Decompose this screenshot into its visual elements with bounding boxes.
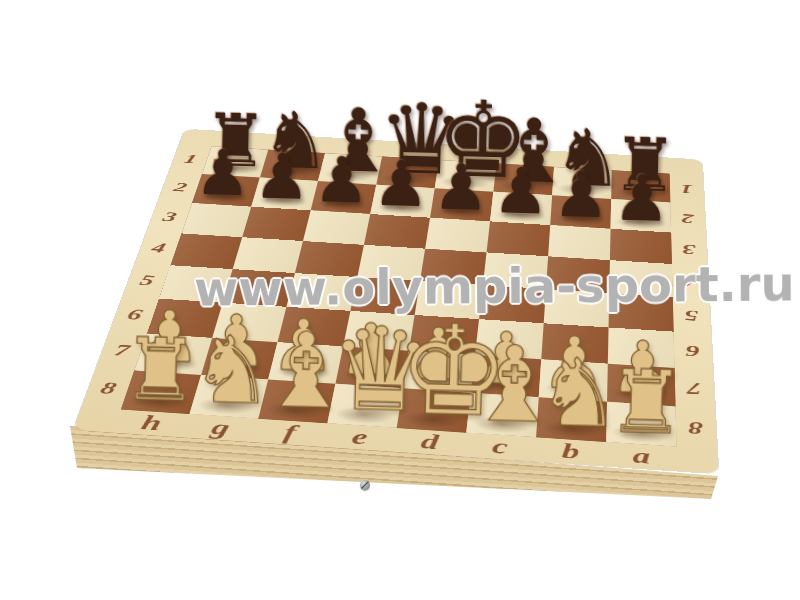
square-b7: ♟ bbox=[539, 359, 608, 401]
square-d8: ♚ bbox=[397, 388, 471, 432]
square-e7: ♟ bbox=[335, 346, 408, 388]
square-c2: ♟ bbox=[490, 192, 552, 225]
piece-shadow bbox=[273, 362, 336, 383]
square-a7: ♟ bbox=[607, 364, 676, 407]
square-h2: ♟ bbox=[192, 174, 260, 207]
square-a1: ♜ bbox=[611, 170, 670, 202]
piece-shadow bbox=[196, 189, 252, 205]
piece-shadow bbox=[126, 391, 192, 412]
piece-shadow bbox=[471, 414, 534, 436]
file-label-bottom-e: e bbox=[323, 423, 397, 451]
piece-shadow bbox=[475, 375, 536, 396]
piece-shadow bbox=[139, 353, 203, 373]
square-g3 bbox=[242, 207, 310, 241]
square-e1: ♛ bbox=[376, 157, 439, 189]
square-d7: ♟ bbox=[403, 351, 475, 393]
rank-label-right-7: 7 bbox=[675, 368, 715, 409]
square-a6 bbox=[608, 327, 675, 368]
piece-shadow bbox=[543, 379, 603, 400]
rank-label-right-2: 2 bbox=[670, 203, 705, 235]
piece-shadow bbox=[401, 409, 464, 431]
piece-shadow bbox=[611, 384, 671, 405]
square-c1: ♝ bbox=[493, 163, 554, 195]
border-strip-top bbox=[612, 155, 670, 174]
square-f1: ♝ bbox=[318, 153, 382, 184]
square-f2: ♟ bbox=[311, 181, 377, 214]
square-h1: ♜ bbox=[202, 146, 268, 177]
square-b6 bbox=[541, 323, 608, 363]
file-label-bottom-c: c bbox=[464, 433, 537, 462]
square-d1: ♚ bbox=[435, 160, 497, 192]
square-c7: ♟ bbox=[471, 355, 542, 397]
piece-shadow bbox=[554, 211, 607, 228]
square-c8: ♝ bbox=[466, 393, 539, 438]
square-e6 bbox=[343, 311, 414, 351]
piece-shadow bbox=[556, 182, 608, 198]
square-d2: ♟ bbox=[430, 188, 493, 221]
piece-shadow bbox=[540, 418, 602, 440]
square-f8: ♝ bbox=[258, 379, 335, 423]
piece-shadow bbox=[494, 207, 548, 223]
rank-label-right-8: 8 bbox=[676, 406, 717, 449]
file-label-bottom-d: d bbox=[393, 428, 466, 456]
square-a8: ♜ bbox=[606, 402, 676, 447]
square-e8: ♛ bbox=[327, 384, 403, 428]
square-c6 bbox=[475, 319, 544, 359]
piece-shadow bbox=[194, 395, 259, 416]
screw-icon bbox=[360, 480, 370, 490]
file-label-bottom-b: b bbox=[535, 437, 607, 466]
piece-shadow bbox=[263, 400, 327, 422]
rank-label-left-4: 4 bbox=[135, 231, 181, 265]
square-f7: ♟ bbox=[268, 342, 343, 384]
square-d3 bbox=[425, 218, 490, 253]
file-label-bottom-f: f bbox=[252, 419, 327, 447]
square-b1: ♞ bbox=[552, 167, 612, 199]
square-a2: ♟ bbox=[611, 199, 672, 233]
square-b2: ♟ bbox=[550, 195, 611, 228]
square-d6 bbox=[409, 315, 479, 355]
square-g2: ♟ bbox=[251, 178, 318, 211]
square-b3 bbox=[548, 225, 610, 260]
square-c3 bbox=[487, 221, 551, 256]
watermark-text: www.olympia-sport.ru bbox=[194, 255, 800, 316]
square-g8: ♞ bbox=[189, 375, 268, 419]
border-corner bbox=[73, 407, 121, 433]
piece-shadow bbox=[610, 423, 672, 445]
file-label-bottom-h: h bbox=[113, 409, 190, 437]
square-b8: ♞ bbox=[536, 397, 607, 442]
square-h3 bbox=[182, 203, 252, 237]
rank-label-right-6: 6 bbox=[674, 332, 713, 371]
piece-shadow bbox=[332, 404, 396, 426]
square-e3 bbox=[364, 214, 430, 249]
square-e2: ♟ bbox=[370, 185, 434, 218]
product-photo: 1♜♞♝♛♚♝♞♜12♟♟♟♟♟♟♟♟2334455667♟♟♟♟♟♟♟♟78♜… bbox=[0, 0, 800, 600]
file-label-bottom-a: a bbox=[606, 442, 677, 471]
piece-shadow bbox=[407, 370, 469, 391]
square-h7: ♟ bbox=[134, 334, 212, 375]
rank-label-right-1: 1 bbox=[670, 174, 705, 205]
piece-shadow bbox=[340, 366, 402, 387]
square-g1: ♞ bbox=[260, 150, 325, 181]
square-h8: ♜ bbox=[121, 371, 201, 414]
piece-shadow bbox=[206, 357, 269, 377]
square-f3 bbox=[303, 210, 370, 244]
square-g7: ♟ bbox=[201, 338, 277, 380]
border-corner bbox=[677, 447, 719, 474]
file-label-bottom-g: g bbox=[183, 414, 259, 442]
